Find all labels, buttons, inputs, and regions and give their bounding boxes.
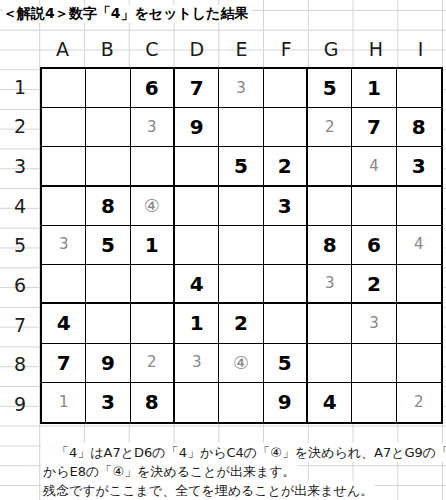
solved-digit: 7 [57,353,71,373]
circled-digit: ④ [233,354,249,372]
row-label-7: 7 [0,305,40,345]
cell-I5: 4 [397,226,441,265]
cell-A4 [42,187,86,226]
row-label-9: 9 [0,384,40,424]
cell-H3: 4 [352,147,396,186]
cell-E8: ④ [219,344,263,383]
cell-E1: 3 [219,69,263,108]
solved-digit: 4 [323,392,337,412]
cell-B1 [86,69,130,108]
pencil-digit: 4 [369,159,379,174]
cell-D4 [175,187,219,226]
cell-A5: 3 [42,226,86,265]
row-label-5: 5 [0,226,40,266]
col-label-F: F [264,30,309,67]
cell-H2: 7 [352,108,396,147]
solved-digit: 3 [278,196,292,216]
pencil-digit: 3 [59,237,69,252]
cell-D9 [175,383,219,422]
pencil-digit: 4 [414,237,424,252]
cell-C1: 6 [131,69,175,108]
row-label-4: 4 [0,186,40,226]
cell-E5 [219,226,263,265]
cell-F9: 9 [264,383,308,422]
solved-digit: 3 [101,392,115,412]
page-title: ＜解説4＞数字「4」をセットした結果 [3,5,252,23]
cell-A7: 4 [42,304,86,343]
cell-D3 [175,147,219,186]
circled-digit: ④ [144,197,160,215]
cell-D6: 4 [175,265,219,304]
note-text-1: 「4」はA7とD6の「4」からC4の「④」を決められ、A7とG9の「4」 [41,443,446,462]
solved-digit: 8 [101,196,115,216]
solved-digit: 7 [367,117,381,137]
cell-F8: 5 [264,344,308,383]
cell-E2 [219,108,263,147]
solved-digit: 1 [190,313,204,333]
cell-I7 [397,304,441,343]
cell-C8: 2 [131,344,175,383]
cell-F1 [264,69,308,108]
note-line-3: 残念ですがここまで、全てを埋めることが出来ません。 [0,481,446,500]
solved-digit: 6 [145,78,159,98]
cell-D7: 1 [175,304,219,343]
solved-digit: 4 [57,313,71,333]
col-label-A: A [40,30,85,67]
cell-B7 [86,304,130,343]
cell-E3: 5 [219,147,263,186]
cell-I1 [397,69,441,108]
column-labels: ABCDEFGHI [40,30,443,67]
cell-I8 [397,344,441,383]
col-label-D: D [174,30,219,67]
cell-C6 [131,265,175,304]
cell-C3 [131,147,175,186]
solved-digit: 4 [190,274,204,294]
cell-G9: 4 [308,383,352,422]
pencil-digit: 2 [414,395,424,410]
col-label-I: I [398,30,443,67]
note-line-2: からE8の「④」を決めることが出来ます。 [0,462,446,481]
pencil-digit: 3 [147,120,157,135]
cell-E6 [219,265,263,304]
solved-digit: 2 [367,274,381,294]
cell-F2 [264,108,308,147]
col-label-H: H [353,30,398,67]
row-label-2: 2 [0,107,40,147]
solved-digit: 5 [234,156,248,176]
row-labels: 123456789 [0,67,40,424]
solved-digit: 2 [278,156,292,176]
cell-A8: 7 [42,344,86,383]
pencil-digit: 3 [192,355,202,370]
row-label-8: 8 [0,345,40,385]
cell-H7: 3 [352,304,396,343]
cell-C4: ④ [131,187,175,226]
cell-G7 [308,304,352,343]
cell-H1: 1 [352,69,396,108]
cell-F5 [264,226,308,265]
solved-digit: 1 [145,235,159,255]
solved-digit: 7 [190,78,204,98]
pencil-digit: 3 [325,276,335,291]
solved-digit: 6 [367,235,381,255]
cell-B9: 3 [86,383,130,422]
cell-D5 [175,226,219,265]
cell-H4 [352,187,396,226]
pencil-digit: 3 [369,316,379,331]
cell-C7 [131,304,175,343]
note-text-3: 残念ですがここまで、全てを埋めることが出来ません。 [41,481,375,500]
cell-I4 [397,187,441,226]
cell-B5: 5 [86,226,130,265]
cell-D8: 3 [175,344,219,383]
col-label-C: C [130,30,175,67]
solved-digit: 8 [323,235,337,255]
solved-digit: 1 [367,78,381,98]
note-line-1: 「4」はA7とD6の「4」からC4の「④」を決められ、A7とG9の「4」 [0,443,446,462]
cell-H9 [352,383,396,422]
cell-G8 [308,344,352,383]
pencil-digit: 2 [147,355,157,370]
solved-digit: 9 [190,117,204,137]
cell-E4 [219,187,263,226]
cell-B4: 8 [86,187,130,226]
cell-H6: 2 [352,265,396,304]
cell-H8 [352,344,396,383]
pencil-digit: 1 [59,395,69,410]
row-label-3: 3 [0,146,40,186]
cell-G2: 2 [308,108,352,147]
cell-F4: 3 [264,187,308,226]
cell-G4 [308,187,352,226]
cell-I9: 2 [397,383,441,422]
solved-digit: 5 [101,235,115,255]
explanation-notes: 「4」はA7とD6の「4」からC4の「④」を決められ、A7とG9の「4」 からE… [0,443,446,500]
pencil-digit: 2 [325,120,335,135]
solved-digit: 9 [101,353,115,373]
note-text-2: からE8の「④」を決めることが出来ます。 [41,462,298,481]
cell-I3: 3 [397,147,441,186]
cell-C9: 8 [131,383,175,422]
cell-C5: 1 [131,226,175,265]
pencil-digit: 3 [236,81,246,96]
cell-G1: 5 [308,69,352,108]
row-label-1: 1 [0,67,40,107]
col-label-G: G [309,30,354,67]
cell-I2: 8 [397,108,441,147]
solved-digit: 5 [323,78,337,98]
cell-D2: 9 [175,108,219,147]
cell-C2: 3 [131,108,175,147]
row-label-6: 6 [0,265,40,305]
cell-B8: 9 [86,344,130,383]
col-label-E: E [219,30,264,67]
cell-B6 [86,265,130,304]
solved-digit: 8 [145,392,159,412]
cell-A6 [42,265,86,304]
cell-F6 [264,265,308,304]
sudoku-grid: 673513927852438④335186443241237923④51389… [40,67,443,424]
solved-digit: 9 [278,392,292,412]
cell-B2 [86,108,130,147]
col-label-B: B [85,30,130,67]
cell-D1: 7 [175,69,219,108]
cell-A9: 1 [42,383,86,422]
cell-F7 [264,304,308,343]
cell-G5: 8 [308,226,352,265]
cell-E9 [219,383,263,422]
cell-A2 [42,108,86,147]
cell-H5: 6 [352,226,396,265]
solved-digit: 8 [412,117,426,137]
cell-E7: 2 [219,304,263,343]
cell-A3 [42,147,86,186]
cell-G3 [308,147,352,186]
cell-G6: 3 [308,265,352,304]
solved-digit: 3 [412,156,426,176]
cell-B3 [86,147,130,186]
solved-digit: 2 [234,313,248,333]
cell-A1 [42,69,86,108]
cell-I6 [397,265,441,304]
cell-F3: 2 [264,147,308,186]
solved-digit: 5 [278,353,292,373]
